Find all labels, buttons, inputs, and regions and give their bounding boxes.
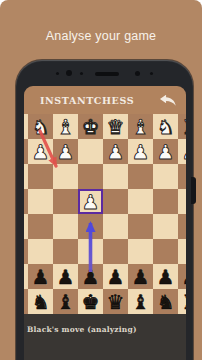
chess-piece-white: ♝ xyxy=(128,114,153,139)
board-square[interactable]: ♟ xyxy=(128,264,153,289)
board-square[interactable]: ♚ xyxy=(78,114,103,139)
board-square[interactable]: ♟ xyxy=(28,139,53,164)
chess-piece-black: ♟ xyxy=(28,264,53,289)
chess-piece-black: ♞ xyxy=(28,289,53,314)
board-square[interactable]: ♝ xyxy=(53,289,78,314)
board-square[interactable] xyxy=(78,239,103,264)
board-square[interactable] xyxy=(153,214,178,239)
power-button xyxy=(191,177,196,204)
board-square[interactable] xyxy=(53,189,78,214)
board-square[interactable]: ♝ xyxy=(128,289,153,314)
board-square[interactable]: ♟ xyxy=(178,264,186,289)
chess-piece-white: ♝ xyxy=(53,114,78,139)
chess-piece-white: ♚ xyxy=(78,114,103,139)
chess-board-viewport: ♜♞♝♚♛♝♞♜♟♟♟♟♟♟♟♟♟♟♟♟♟♟♟♟♜♞♝♚♛♝♞♜ xyxy=(24,114,186,314)
board-square[interactable]: ♟ xyxy=(153,264,178,289)
board-square[interactable] xyxy=(178,214,186,239)
board-square[interactable]: ♟ xyxy=(28,264,53,289)
chess-board[interactable]: ♜♞♝♚♛♝♞♜♟♟♟♟♟♟♟♟♟♟♟♟♟♟♟♟♜♞♝♚♛♝♞♜ xyxy=(24,114,186,314)
board-square[interactable]: ♜ xyxy=(178,289,186,314)
chess-piece-white: ♜ xyxy=(178,114,186,139)
status-text: Black's move (analyzing) xyxy=(27,325,137,334)
board-square[interactable]: ♟ xyxy=(103,264,128,289)
board-square[interactable]: ♞ xyxy=(153,289,178,314)
chess-piece-black: ♟ xyxy=(78,264,103,289)
chess-piece-black: ♛ xyxy=(103,289,128,314)
app-title: INSTANTCHESS xyxy=(40,95,134,106)
chess-piece-white: ♞ xyxy=(153,114,178,139)
board-square[interactable] xyxy=(28,239,53,264)
board-square[interactable] xyxy=(53,239,78,264)
chess-piece-white: ♟ xyxy=(153,139,178,164)
promo-title: Analyse your game xyxy=(0,29,202,43)
board-square[interactable]: ♟ xyxy=(53,139,78,164)
board-square[interactable] xyxy=(153,164,178,189)
board-square[interactable] xyxy=(103,164,128,189)
board-square[interactable] xyxy=(153,189,178,214)
chess-piece-white: ♟ xyxy=(28,139,53,164)
board-square[interactable]: ♞ xyxy=(28,289,53,314)
camera-dot xyxy=(135,71,140,76)
status-bar: Black's move (analyzing) xyxy=(24,314,186,360)
board-square[interactable] xyxy=(53,164,78,189)
board-square[interactable] xyxy=(178,164,186,189)
chess-piece-black: ♟ xyxy=(53,264,78,289)
chess-piece-white: ♟ xyxy=(178,139,186,164)
board-square[interactable] xyxy=(28,164,53,189)
chess-piece-black: ♟ xyxy=(153,264,178,289)
board-square[interactable]: ♟ xyxy=(103,139,128,164)
proximity-sensor-dot xyxy=(56,72,59,75)
board-square[interactable] xyxy=(128,239,153,264)
board-square[interactable]: ♟ xyxy=(78,264,103,289)
board-square[interactable]: ♝ xyxy=(53,114,78,139)
board-square[interactable] xyxy=(153,239,178,264)
board-square[interactable]: ♟ xyxy=(178,139,186,164)
chess-piece-black: ♜ xyxy=(178,289,186,314)
chess-piece-white: ♟ xyxy=(128,139,153,164)
chess-piece-black: ♟ xyxy=(128,264,153,289)
app-screen: INSTANTCHESS ♜♞♝♚♛♝♞♜♟♟♟♟♟♟♟♟♟♟♟♟♟♟♟♟♜♞♝… xyxy=(24,86,186,360)
chess-piece-white: ♟ xyxy=(53,139,78,164)
board-square[interactable]: ♞ xyxy=(153,114,178,139)
board-square[interactable] xyxy=(103,189,128,214)
chess-piece-black: ♚ xyxy=(78,289,103,314)
board-square[interactable]: ♟ xyxy=(53,264,78,289)
chess-piece-black: ♝ xyxy=(53,289,78,314)
chess-piece-black: ♟ xyxy=(178,264,186,289)
board-square[interactable] xyxy=(128,164,153,189)
board-square[interactable] xyxy=(103,239,128,264)
front-camera-icon xyxy=(66,70,72,76)
board-square[interactable]: ♞ xyxy=(28,114,53,139)
board-square[interactable]: ♛ xyxy=(103,114,128,139)
chess-piece-black: ♟ xyxy=(103,264,128,289)
undo-button[interactable] xyxy=(157,93,177,107)
board-square[interactable]: ♛ xyxy=(103,289,128,314)
app-header: INSTANTCHESS xyxy=(24,86,186,114)
last-move-highlight xyxy=(78,189,103,214)
board-square[interactable]: ♚ xyxy=(78,289,103,314)
board-square[interactable]: ♜ xyxy=(178,114,186,139)
board-square[interactable] xyxy=(103,214,128,239)
board-square[interactable] xyxy=(78,214,103,239)
sensor-dot xyxy=(80,72,83,75)
sensor-dot xyxy=(150,72,153,75)
chess-piece-white: ♟ xyxy=(103,139,128,164)
board-square[interactable] xyxy=(78,139,103,164)
board-square[interactable] xyxy=(128,214,153,239)
promo-card: Analyse your game INSTANTCHESS ♜♞♝♚♛♝♞♜♟… xyxy=(0,0,202,360)
chess-piece-white: ♛ xyxy=(103,114,128,139)
board-square[interactable] xyxy=(28,214,53,239)
board-square[interactable]: ♟ xyxy=(153,139,178,164)
chess-piece-black: ♞ xyxy=(153,289,178,314)
board-square[interactable]: ♝ xyxy=(128,114,153,139)
board-square[interactable] xyxy=(53,214,78,239)
undo-arrow-icon xyxy=(158,94,177,107)
board-square[interactable] xyxy=(178,239,186,264)
board-square[interactable] xyxy=(78,164,103,189)
board-square[interactable] xyxy=(178,189,186,214)
speaker-grille xyxy=(95,72,119,76)
board-square[interactable] xyxy=(128,189,153,214)
board-square[interactable]: ♟ xyxy=(128,139,153,164)
chess-piece-black: ♝ xyxy=(128,289,153,314)
chess-piece-white: ♞ xyxy=(28,114,53,139)
board-square[interactable] xyxy=(28,189,53,214)
